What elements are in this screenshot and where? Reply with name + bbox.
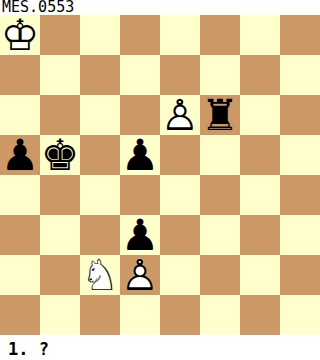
piece-glyph-outline: ♙ <box>160 95 200 135</box>
piece-glyph: ♚ <box>40 135 80 175</box>
black-king-piece: ♚ <box>40 135 80 175</box>
piece-glyph-outline: ♙ <box>120 255 160 295</box>
square-a3[interactable] <box>0 215 40 255</box>
square-c3[interactable] <box>80 215 120 255</box>
square-c8[interactable] <box>80 15 120 55</box>
square-a1[interactable] <box>0 295 40 335</box>
black-pawn-piece: ♟ <box>120 215 160 255</box>
square-a2[interactable] <box>0 255 40 295</box>
square-g7[interactable] <box>240 55 280 95</box>
piece-glyph: ♟ <box>120 215 160 255</box>
square-e4[interactable] <box>160 175 200 215</box>
square-d4[interactable] <box>120 175 160 215</box>
square-e1[interactable] <box>160 295 200 335</box>
square-f5[interactable] <box>200 135 240 175</box>
square-h4[interactable] <box>280 175 320 215</box>
white-king-piece: ♚♔ <box>0 15 40 55</box>
chess-board: ♚♔♟♙♜♟♚♟♟♞♘♟♙ <box>0 15 320 335</box>
black-pawn-piece: ♟ <box>0 135 40 175</box>
square-h6[interactable] <box>280 95 320 135</box>
square-b7[interactable] <box>40 55 80 95</box>
square-a4[interactable] <box>0 175 40 215</box>
square-d8[interactable] <box>120 15 160 55</box>
white-knight-piece: ♞♘ <box>80 255 120 295</box>
move-prompt: 1. ? <box>0 335 320 360</box>
square-b5[interactable]: ♚ <box>40 135 80 175</box>
square-d6[interactable] <box>120 95 160 135</box>
square-f6[interactable]: ♜ <box>200 95 240 135</box>
square-g2[interactable] <box>240 255 280 295</box>
black-pawn-piece: ♟ <box>120 135 160 175</box>
square-c7[interactable] <box>80 55 120 95</box>
square-f1[interactable] <box>200 295 240 335</box>
piece-glyph: ♟ <box>120 135 160 175</box>
puzzle-title: MES.0553 <box>0 0 320 15</box>
piece-glyph-outline: ♔ <box>0 15 40 55</box>
square-g5[interactable] <box>240 135 280 175</box>
square-f7[interactable] <box>200 55 240 95</box>
square-e7[interactable] <box>160 55 200 95</box>
square-d3[interactable]: ♟ <box>120 215 160 255</box>
square-g8[interactable] <box>240 15 280 55</box>
square-b6[interactable] <box>40 95 80 135</box>
square-f8[interactable] <box>200 15 240 55</box>
white-pawn-piece: ♟♙ <box>160 95 200 135</box>
square-e5[interactable] <box>160 135 200 175</box>
square-e2[interactable] <box>160 255 200 295</box>
piece-glyph-outline: ♘ <box>80 255 120 295</box>
chess-puzzle-page: MES.0553 ♚♔♟♙♜♟♚♟♟♞♘♟♙ 1. ? <box>0 0 320 360</box>
square-c4[interactable] <box>80 175 120 215</box>
square-c2[interactable]: ♞♘ <box>80 255 120 295</box>
square-g1[interactable] <box>240 295 280 335</box>
piece-glyph: ♜ <box>200 95 240 135</box>
square-c1[interactable] <box>80 295 120 335</box>
square-b3[interactable] <box>40 215 80 255</box>
square-h5[interactable] <box>280 135 320 175</box>
square-d7[interactable] <box>120 55 160 95</box>
square-h8[interactable] <box>280 15 320 55</box>
square-h2[interactable] <box>280 255 320 295</box>
white-pawn-piece: ♟♙ <box>120 255 160 295</box>
square-f3[interactable] <box>200 215 240 255</box>
square-h3[interactable] <box>280 215 320 255</box>
square-g3[interactable] <box>240 215 280 255</box>
square-d2[interactable]: ♟♙ <box>120 255 160 295</box>
square-a8[interactable]: ♚♔ <box>0 15 40 55</box>
square-e3[interactable] <box>160 215 200 255</box>
square-b4[interactable] <box>40 175 80 215</box>
square-g6[interactable] <box>240 95 280 135</box>
square-e8[interactable] <box>160 15 200 55</box>
square-b8[interactable] <box>40 15 80 55</box>
square-c6[interactable] <box>80 95 120 135</box>
square-d1[interactable] <box>120 295 160 335</box>
square-d5[interactable]: ♟ <box>120 135 160 175</box>
square-b1[interactable] <box>40 295 80 335</box>
square-a6[interactable] <box>0 95 40 135</box>
square-a5[interactable]: ♟ <box>0 135 40 175</box>
square-b2[interactable] <box>40 255 80 295</box>
square-e6[interactable]: ♟♙ <box>160 95 200 135</box>
square-f4[interactable] <box>200 175 240 215</box>
piece-glyph: ♟ <box>0 135 40 175</box>
square-a7[interactable] <box>0 55 40 95</box>
square-h1[interactable] <box>280 295 320 335</box>
square-g4[interactable] <box>240 175 280 215</box>
black-rook-piece: ♜ <box>200 95 240 135</box>
square-c5[interactable] <box>80 135 120 175</box>
square-f2[interactable] <box>200 255 240 295</box>
square-h7[interactable] <box>280 55 320 95</box>
